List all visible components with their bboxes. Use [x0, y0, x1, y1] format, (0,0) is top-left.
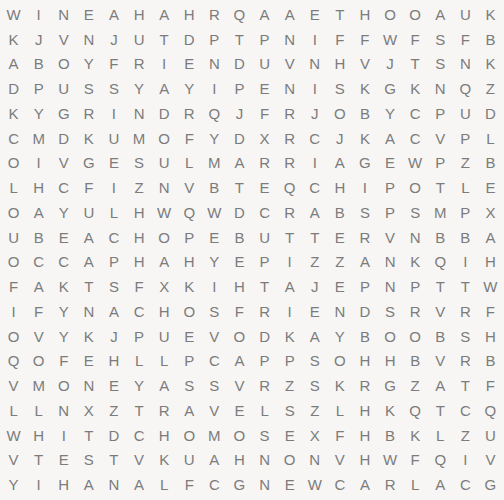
cell-r13c15[interactable]: D [352, 299, 377, 324]
cell-r11c4[interactable]: A [76, 250, 101, 275]
cell-r19c5[interactable]: T [101, 448, 126, 473]
cell-r12c16[interactable]: N [378, 274, 403, 299]
cell-r15c17[interactable]: B [403, 349, 428, 374]
cell-r18c4[interactable]: T [76, 423, 101, 448]
cell-r7c17[interactable]: W [403, 151, 428, 176]
cell-r3c14[interactable]: H [327, 52, 352, 77]
cell-r14c17[interactable]: O [403, 324, 428, 349]
cell-r16c16[interactable]: G [378, 373, 403, 398]
cell-r17c9[interactable]: V [202, 398, 227, 423]
cell-r18c15[interactable]: H [352, 423, 377, 448]
cell-r1c1[interactable]: W [1, 2, 26, 27]
cell-r13c14[interactable]: N [327, 299, 352, 324]
cell-r5c19[interactable]: U [453, 101, 478, 126]
cell-r10c15[interactable]: R [352, 225, 377, 250]
cell-r6c5[interactable]: U [101, 126, 126, 151]
cell-r6c2[interactable]: M [26, 126, 51, 151]
cell-r15c15[interactable]: H [352, 349, 377, 374]
cell-r11c1[interactable]: O [1, 250, 26, 275]
cell-r1c9[interactable]: R [202, 2, 227, 27]
cell-r6c1[interactable]: C [1, 126, 26, 151]
cell-r2c11[interactable]: P [252, 27, 277, 52]
cell-r18c6[interactable]: C [127, 423, 152, 448]
cell-r1c14[interactable]: T [327, 2, 352, 27]
cell-r15c3[interactable]: F [51, 349, 76, 374]
cell-r5c2[interactable]: Y [26, 101, 51, 126]
cell-r10c16[interactable]: V [378, 225, 403, 250]
cell-r8c3[interactable]: C [51, 175, 76, 200]
cell-r6c3[interactable]: D [51, 126, 76, 151]
cell-r1c5[interactable]: A [101, 2, 126, 27]
cell-r11c5[interactable]: P [101, 250, 126, 275]
cell-r11c8[interactable]: H [177, 250, 202, 275]
cell-r16c10[interactable]: V [227, 373, 252, 398]
cell-r17c15[interactable]: H [352, 398, 377, 423]
cell-r13c6[interactable]: C [127, 299, 152, 324]
cell-r19c10[interactable]: H [227, 448, 252, 473]
cell-r5c6[interactable]: N [127, 101, 152, 126]
cell-r12c19[interactable]: T [453, 274, 478, 299]
cell-r15c6[interactable]: L [127, 349, 152, 374]
cell-r16c11[interactable]: R [252, 373, 277, 398]
cell-r20c11[interactable]: N [252, 472, 277, 497]
cell-r14c4[interactable]: K [76, 324, 101, 349]
cell-r19c13[interactable]: N [302, 448, 327, 473]
cell-r5c13[interactable]: J [302, 101, 327, 126]
cell-r4c6[interactable]: Y [127, 76, 152, 101]
cell-r5c7[interactable]: D [152, 101, 177, 126]
cell-r4c13[interactable]: I [302, 76, 327, 101]
cell-r12c18[interactable]: T [428, 274, 453, 299]
cell-r9c15[interactable]: S [352, 200, 377, 225]
cell-r5c4[interactable]: R [76, 101, 101, 126]
cell-r8c11[interactable]: E [252, 175, 277, 200]
cell-r9c6[interactable]: H [127, 200, 152, 225]
cell-r20c14[interactable]: C [327, 472, 352, 497]
cell-r2c20[interactable]: B [478, 27, 503, 52]
cell-r12c9[interactable]: I [202, 274, 227, 299]
cell-r17c13[interactable]: Z [302, 398, 327, 423]
cell-r6c18[interactable]: V [428, 126, 453, 151]
cell-r20c2[interactable]: I [26, 472, 51, 497]
cell-r4c10[interactable]: P [227, 76, 252, 101]
cell-r2c18[interactable]: S [428, 27, 453, 52]
cell-r4c12[interactable]: N [277, 76, 302, 101]
cell-r16c7[interactable]: A [152, 373, 177, 398]
cell-r13c8[interactable]: O [177, 299, 202, 324]
cell-r11c13[interactable]: Z [302, 250, 327, 275]
cell-r4c1[interactable]: D [1, 76, 26, 101]
cell-r13c5[interactable]: A [101, 299, 126, 324]
cell-r5c18[interactable]: P [428, 101, 453, 126]
cell-r17c1[interactable]: L [1, 398, 26, 423]
cell-r1c11[interactable]: A [252, 2, 277, 27]
cell-r17c10[interactable]: E [227, 398, 252, 423]
cell-r17c7[interactable]: R [152, 398, 177, 423]
cell-r20c7[interactable]: L [152, 472, 177, 497]
cell-r8c1[interactable]: L [1, 175, 26, 200]
cell-r14c13[interactable]: A [302, 324, 327, 349]
cell-r14c1[interactable]: O [1, 324, 26, 349]
cell-r14c16[interactable]: O [378, 324, 403, 349]
cell-r15c11[interactable]: P [252, 349, 277, 374]
cell-r13c4[interactable]: N [76, 299, 101, 324]
cell-r20c3[interactable]: H [51, 472, 76, 497]
cell-r14c8[interactable]: E [177, 324, 202, 349]
cell-r14c15[interactable]: B [352, 324, 377, 349]
cell-r6c14[interactable]: J [327, 126, 352, 151]
cell-r4c14[interactable]: S [327, 76, 352, 101]
cell-r10c19[interactable]: B [453, 225, 478, 250]
cell-r8c12[interactable]: Q [277, 175, 302, 200]
cell-r9c18[interactable]: M [428, 200, 453, 225]
cell-r13c20[interactable]: F [478, 299, 503, 324]
cell-r15c9[interactable]: C [202, 349, 227, 374]
cell-r20c16[interactable]: R [378, 472, 403, 497]
cell-r8c19[interactable]: L [453, 175, 478, 200]
cell-r5c12[interactable]: R [277, 101, 302, 126]
cell-r5c10[interactable]: J [227, 101, 252, 126]
cell-r10c11[interactable]: U [252, 225, 277, 250]
cell-r5c17[interactable]: C [403, 101, 428, 126]
cell-r9c8[interactable]: Q [177, 200, 202, 225]
cell-r6c15[interactable]: K [352, 126, 377, 151]
cell-r11c19[interactable]: I [453, 250, 478, 275]
cell-r10c8[interactable]: P [177, 225, 202, 250]
cell-r10c13[interactable]: T [302, 225, 327, 250]
cell-r12c13[interactable]: J [302, 274, 327, 299]
cell-r5c15[interactable]: B [352, 101, 377, 126]
cell-r13c11[interactable]: R [252, 299, 277, 324]
cell-r12c10[interactable]: H [227, 274, 252, 299]
cell-r10c20[interactable]: A [478, 225, 503, 250]
cell-r3c12[interactable]: V [277, 52, 302, 77]
cell-r11c2[interactable]: C [26, 250, 51, 275]
cell-r4c2[interactable]: P [26, 76, 51, 101]
cell-r14c2[interactable]: V [26, 324, 51, 349]
cell-r16c15[interactable]: R [352, 373, 377, 398]
cell-r17c19[interactable]: C [453, 398, 478, 423]
cell-r17c16[interactable]: K [378, 398, 403, 423]
cell-r13c16[interactable]: S [378, 299, 403, 324]
cell-r6c7[interactable]: O [152, 126, 177, 151]
cell-r20c5[interactable]: N [101, 472, 126, 497]
cell-r12c7[interactable]: X [152, 274, 177, 299]
cell-r14c6[interactable]: P [127, 324, 152, 349]
cell-r19c15[interactable]: H [352, 448, 377, 473]
cell-r1c18[interactable]: A [428, 2, 453, 27]
cell-r19c16[interactable]: W [378, 448, 403, 473]
cell-r8c15[interactable]: I [352, 175, 377, 200]
cell-r11c10[interactable]: E [227, 250, 252, 275]
cell-r20c9[interactable]: C [202, 472, 227, 497]
cell-r7c20[interactable]: B [478, 151, 503, 176]
cell-r20c1[interactable]: Y [1, 472, 26, 497]
cell-r11c6[interactable]: H [127, 250, 152, 275]
cell-r18c1[interactable]: W [1, 423, 26, 448]
cell-r18c7[interactable]: H [152, 423, 177, 448]
cell-r1c3[interactable]: N [51, 2, 76, 27]
cell-r4c9[interactable]: I [202, 76, 227, 101]
cell-r16c3[interactable]: O [51, 373, 76, 398]
cell-r19c17[interactable]: F [403, 448, 428, 473]
cell-r10c14[interactable]: E [327, 225, 352, 250]
cell-r5c5[interactable]: I [101, 101, 126, 126]
cell-r15c10[interactable]: A [227, 349, 252, 374]
cell-r15c5[interactable]: H [101, 349, 126, 374]
cell-r9c14[interactable]: B [327, 200, 352, 225]
cell-r17c12[interactable]: S [277, 398, 302, 423]
cell-r6c9[interactable]: Y [202, 126, 227, 151]
cell-r14c11[interactable]: D [252, 324, 277, 349]
cell-r18c9[interactable]: M [202, 423, 227, 448]
cell-r15c18[interactable]: V [428, 349, 453, 374]
cell-r20c17[interactable]: L [403, 472, 428, 497]
cell-r11c17[interactable]: K [403, 250, 428, 275]
cell-r18c12[interactable]: E [277, 423, 302, 448]
cell-r20c18[interactable]: A [428, 472, 453, 497]
cell-r7c2[interactable]: I [26, 151, 51, 176]
cell-r2c19[interactable]: F [453, 27, 478, 52]
cell-r3c20[interactable]: K [478, 52, 503, 77]
cell-r8c20[interactable]: E [478, 175, 503, 200]
cell-r9c4[interactable]: U [76, 200, 101, 225]
cell-r13c17[interactable]: R [403, 299, 428, 324]
cell-r17c3[interactable]: N [51, 398, 76, 423]
cell-r16c14[interactable]: K [327, 373, 352, 398]
cell-r10c4[interactable]: A [76, 225, 101, 250]
cell-r11c16[interactable]: N [378, 250, 403, 275]
cell-r19c1[interactable]: V [1, 448, 26, 473]
cell-r13c2[interactable]: F [26, 299, 51, 324]
cell-r7c11[interactable]: R [252, 151, 277, 176]
cell-r8c6[interactable]: Z [127, 175, 152, 200]
cell-r15c1[interactable]: Q [1, 349, 26, 374]
cell-r8c8[interactable]: V [177, 175, 202, 200]
cell-r11c9[interactable]: Y [202, 250, 227, 275]
cell-r4c11[interactable]: E [252, 76, 277, 101]
cell-r18c2[interactable]: H [26, 423, 51, 448]
cell-r12c14[interactable]: E [327, 274, 352, 299]
cell-r18c3[interactable]: I [51, 423, 76, 448]
cell-r16c1[interactable]: V [1, 373, 26, 398]
cell-r17c20[interactable]: Q [478, 398, 503, 423]
cell-r1c7[interactable]: A [152, 2, 177, 27]
cell-r4c19[interactable]: Q [453, 76, 478, 101]
cell-r8c9[interactable]: B [202, 175, 227, 200]
cell-r17c8[interactable]: A [177, 398, 202, 423]
cell-r9c20[interactable]: X [478, 200, 503, 225]
cell-r20c15[interactable]: A [352, 472, 377, 497]
cell-r2c16[interactable]: W [378, 27, 403, 52]
cell-r3c2[interactable]: B [26, 52, 51, 77]
cell-r20c6[interactable]: A [127, 472, 152, 497]
cell-r2c12[interactable]: N [277, 27, 302, 52]
cell-r19c9[interactable]: A [202, 448, 227, 473]
cell-r19c3[interactable]: E [51, 448, 76, 473]
cell-r7c4[interactable]: G [76, 151, 101, 176]
cell-r8c14[interactable]: H [327, 175, 352, 200]
cell-r2c9[interactable]: P [202, 27, 227, 52]
cell-r14c7[interactable]: U [152, 324, 177, 349]
cell-r9c11[interactable]: C [252, 200, 277, 225]
cell-r3c18[interactable]: S [428, 52, 453, 77]
cell-r14c5[interactable]: J [101, 324, 126, 349]
cell-r1c19[interactable]: U [453, 2, 478, 27]
cell-r3c19[interactable]: N [453, 52, 478, 77]
cell-r12c15[interactable]: P [352, 274, 377, 299]
cell-r12c5[interactable]: S [101, 274, 126, 299]
cell-r4c16[interactable]: G [378, 76, 403, 101]
cell-r18c5[interactable]: D [101, 423, 126, 448]
cell-r3c5[interactable]: F [101, 52, 126, 77]
cell-r9c7[interactable]: W [152, 200, 177, 225]
cell-r5c20[interactable]: D [478, 101, 503, 126]
cell-r5c14[interactable]: O [327, 101, 352, 126]
cell-r16c9[interactable]: S [202, 373, 227, 398]
cell-r16c13[interactable]: S [302, 373, 327, 398]
cell-r2c13[interactable]: I [302, 27, 327, 52]
cell-r7c19[interactable]: Z [453, 151, 478, 176]
cell-r6c16[interactable]: A [378, 126, 403, 151]
cell-r20c20[interactable]: G [478, 472, 503, 497]
cell-r12c8[interactable]: K [177, 274, 202, 299]
cell-r3c3[interactable]: O [51, 52, 76, 77]
cell-r3c1[interactable]: A [1, 52, 26, 77]
cell-r17c5[interactable]: Z [101, 398, 126, 423]
cell-r16c6[interactable]: Y [127, 373, 152, 398]
cell-r5c1[interactable]: K [1, 101, 26, 126]
cell-r8c16[interactable]: P [378, 175, 403, 200]
cell-r19c20[interactable]: V [478, 448, 503, 473]
cell-r9c17[interactable]: S [403, 200, 428, 225]
cell-r6c8[interactable]: F [177, 126, 202, 151]
cell-r13c3[interactable]: Y [51, 299, 76, 324]
cell-r2c1[interactable]: K [1, 27, 26, 52]
cell-r14c10[interactable]: O [227, 324, 252, 349]
cell-r3c7[interactable]: I [152, 52, 177, 77]
cell-r2c8[interactable]: D [177, 27, 202, 52]
cell-r8c17[interactable]: O [403, 175, 428, 200]
cell-r19c2[interactable]: T [26, 448, 51, 473]
cell-r10c9[interactable]: E [202, 225, 227, 250]
cell-r20c10[interactable]: G [227, 472, 252, 497]
cell-r15c8[interactable]: P [177, 349, 202, 374]
cell-r3c13[interactable]: N [302, 52, 327, 77]
cell-r7c8[interactable]: L [177, 151, 202, 176]
cell-r11c11[interactable]: P [252, 250, 277, 275]
cell-r11c18[interactable]: Q [428, 250, 453, 275]
cell-r15c20[interactable]: B [478, 349, 503, 374]
cell-r2c7[interactable]: T [152, 27, 177, 52]
cell-r4c5[interactable]: S [101, 76, 126, 101]
cell-r18c18[interactable]: L [428, 423, 453, 448]
cell-r15c7[interactable]: L [152, 349, 177, 374]
cell-r1c12[interactable]: A [277, 2, 302, 27]
cell-r10c18[interactable]: B [428, 225, 453, 250]
cell-r1c4[interactable]: E [76, 2, 101, 27]
cell-r7c10[interactable]: A [227, 151, 252, 176]
cell-r6c20[interactable]: L [478, 126, 503, 151]
cell-r1c10[interactable]: Q [227, 2, 252, 27]
cell-r4c15[interactable]: K [352, 76, 377, 101]
cell-r13c1[interactable]: I [1, 299, 26, 324]
cell-r6c19[interactable]: P [453, 126, 478, 151]
cell-r12c2[interactable]: A [26, 274, 51, 299]
cell-r6c13[interactable]: C [302, 126, 327, 151]
cell-r9c3[interactable]: Y [51, 200, 76, 225]
cell-r7c3[interactable]: V [51, 151, 76, 176]
cell-r16c12[interactable]: Z [277, 373, 302, 398]
cell-r17c17[interactable]: Q [403, 398, 428, 423]
cell-r7c18[interactable]: P [428, 151, 453, 176]
cell-r2c6[interactable]: U [127, 27, 152, 52]
cell-r19c18[interactable]: Q [428, 448, 453, 473]
cell-r12c20[interactable]: W [478, 274, 503, 299]
cell-r12c1[interactable]: F [1, 274, 26, 299]
cell-r7c16[interactable]: E [378, 151, 403, 176]
cell-r10c5[interactable]: C [101, 225, 126, 250]
cell-r9c10[interactable]: D [227, 200, 252, 225]
cell-r2c10[interactable]: T [227, 27, 252, 52]
cell-r11c3[interactable]: C [51, 250, 76, 275]
cell-r14c18[interactable]: B [428, 324, 453, 349]
cell-r19c6[interactable]: V [127, 448, 152, 473]
cell-r8c2[interactable]: H [26, 175, 51, 200]
cell-r14c19[interactable]: S [453, 324, 478, 349]
cell-r3c11[interactable]: U [252, 52, 277, 77]
cell-r16c8[interactable]: S [177, 373, 202, 398]
cell-r12c4[interactable]: T [76, 274, 101, 299]
cell-r14c12[interactable]: K [277, 324, 302, 349]
cell-r19c19[interactable]: I [453, 448, 478, 473]
cell-r6c11[interactable]: X [252, 126, 277, 151]
cell-r16c17[interactable]: Z [403, 373, 428, 398]
cell-r2c3[interactable]: V [51, 27, 76, 52]
cell-r13c18[interactable]: V [428, 299, 453, 324]
cell-r15c2[interactable]: O [26, 349, 51, 374]
cell-r10c12[interactable]: T [277, 225, 302, 250]
cell-r4c18[interactable]: N [428, 76, 453, 101]
cell-r10c10[interactable]: B [227, 225, 252, 250]
cell-r2c14[interactable]: F [327, 27, 352, 52]
cell-r15c14[interactable]: O [327, 349, 352, 374]
cell-r3c9[interactable]: N [202, 52, 227, 77]
cell-r4c20[interactable]: Z [478, 76, 503, 101]
cell-r18c20[interactable]: U [478, 423, 503, 448]
cell-r6c10[interactable]: D [227, 126, 252, 151]
cell-r15c19[interactable]: R [453, 349, 478, 374]
cell-r20c19[interactable]: C [453, 472, 478, 497]
cell-r8c10[interactable]: T [227, 175, 252, 200]
cell-r6c6[interactable]: M [127, 126, 152, 151]
cell-r10c2[interactable]: B [26, 225, 51, 250]
cell-r5c16[interactable]: Y [378, 101, 403, 126]
cell-r17c14[interactable]: L [327, 398, 352, 423]
cell-r19c11[interactable]: N [252, 448, 277, 473]
cell-r18c17[interactable]: K [403, 423, 428, 448]
cell-r9c5[interactable]: L [101, 200, 126, 225]
cell-r12c12[interactable]: A [277, 274, 302, 299]
cell-r20c12[interactable]: E [277, 472, 302, 497]
cell-r8c4[interactable]: F [76, 175, 101, 200]
cell-r16c20[interactable]: F [478, 373, 503, 398]
cell-r1c16[interactable]: O [378, 2, 403, 27]
cell-r15c12[interactable]: P [277, 349, 302, 374]
cell-r11c15[interactable]: A [352, 250, 377, 275]
cell-r7c15[interactable]: G [352, 151, 377, 176]
cell-r3c16[interactable]: J [378, 52, 403, 77]
